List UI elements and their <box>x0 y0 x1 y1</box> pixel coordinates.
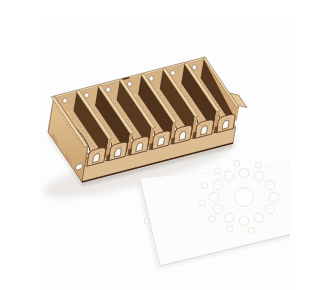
lid-square-mark <box>209 216 215 222</box>
lid-center-circle <box>235 188 254 207</box>
lid-edge-notch <box>144 218 149 224</box>
lid-ring-circle <box>224 213 234 223</box>
acrylic-lid <box>137 161 290 270</box>
lid-ring-circle <box>224 171 234 181</box>
lid-ring-circle <box>265 180 275 190</box>
lid-square-mark <box>214 168 220 174</box>
product-photo <box>40 16 290 290</box>
wood-tray <box>48 57 247 182</box>
lid-ring-circle <box>239 216 249 226</box>
lid-square-mark <box>202 183 208 189</box>
lid-ring-circle <box>209 192 219 202</box>
lid-square-mark <box>234 161 240 167</box>
lid-square-mark <box>256 162 262 168</box>
lid-sheet <box>140 163 290 266</box>
lid-ring-circle <box>239 168 249 178</box>
lid-ring-circle <box>213 204 223 214</box>
lid-square-mark <box>200 200 206 206</box>
photo-canvas <box>40 16 290 290</box>
lid-ring-circle <box>265 204 275 214</box>
lid-ring-circle <box>213 180 223 190</box>
lid-ring-circle <box>254 171 264 181</box>
lid-square-mark <box>249 228 255 234</box>
lid-ring-circle <box>269 192 279 202</box>
lid-ring-circle <box>254 213 264 223</box>
lid-square-mark <box>227 226 233 232</box>
